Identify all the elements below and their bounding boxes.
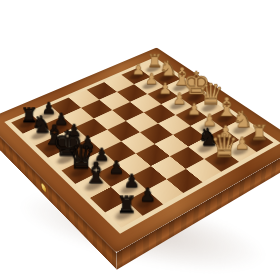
square-a8[interactable]: ♜ [105,201,142,228]
white-queen-glyph: ♛ [207,130,241,162]
black-rook-glyph: ♜ [107,193,144,216]
black-bishop-glyph: ♝ [77,158,113,187]
square-a3[interactable]: ♛ [204,149,239,172]
square-c8[interactable]: ♝ [75,173,111,197]
photo-scene: ♜♟♟♜♞♟♟♞♝♟♟♝♚♟♟♚♛♟♟♛♝♟♟♝♟♞♟♞♜♟♛♟♜ [0,0,280,280]
brass-hinge-icon [41,182,46,193]
